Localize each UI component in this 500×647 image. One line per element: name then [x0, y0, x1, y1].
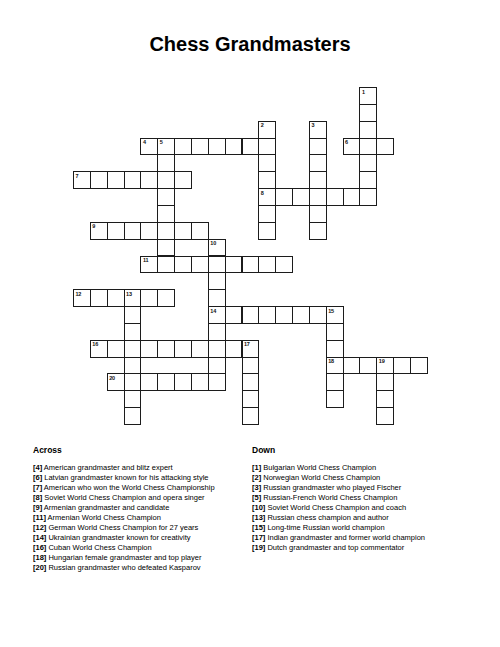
grid-cell[interactable] — [157, 154, 175, 172]
cell-number: 3 — [311, 122, 314, 128]
clue-item: [4] American grandmaster and blitz exper… — [33, 463, 249, 473]
grid-cell[interactable] — [326, 390, 344, 408]
grid-cell[interactable] — [174, 373, 192, 391]
grid-cell[interactable]: 3 — [309, 121, 327, 139]
clue-number: [6] — [33, 473, 42, 482]
clue-item: [15] Long-time Russian world champion — [252, 523, 496, 533]
grid-cell[interactable] — [258, 205, 276, 223]
grid-cell[interactable] — [326, 323, 344, 341]
crossword-page: Chess Grandmasters 123456789101112131415… — [0, 0, 500, 647]
clue-item: [3] Russian grandmaster who played Fisch… — [252, 483, 496, 493]
grid-cell[interactable]: 10 — [208, 239, 226, 257]
grid-cell[interactable] — [191, 138, 209, 156]
grid-cell[interactable] — [376, 407, 394, 425]
clue-number: [13] — [252, 513, 265, 522]
cell-number: 17 — [244, 341, 250, 347]
grid-cell[interactable] — [393, 357, 411, 375]
grid-cell[interactable]: 1 — [359, 87, 377, 105]
grid-cell[interactable] — [157, 340, 175, 358]
clue-item: [17] Indian grandmaster and former world… — [252, 533, 496, 543]
grid-cell[interactable] — [326, 373, 344, 391]
grid-cell[interactable] — [359, 104, 377, 122]
grid-cell[interactable] — [309, 138, 327, 156]
cell-number: 20 — [109, 375, 115, 381]
grid-cell[interactable] — [359, 188, 377, 206]
grid-cell[interactable] — [258, 138, 276, 156]
clue-item: [13] Russian chess champion and author — [252, 513, 496, 523]
grid-cell[interactable] — [309, 188, 327, 206]
clue-item: [14] Ukrainian grandmaster known for cre… — [33, 533, 249, 543]
grid-cell[interactable]: 12 — [73, 289, 91, 307]
grid-cell[interactable] — [174, 340, 192, 358]
cell-number: 19 — [379, 358, 385, 364]
grid-cell[interactable] — [124, 407, 142, 425]
grid-cell[interactable] — [157, 289, 175, 307]
clue-item: [7] American who won the World Chess Cha… — [33, 483, 249, 493]
grid-cell[interactable] — [258, 154, 276, 172]
clue-item: [8] Soviet World Chess Champion and oper… — [33, 493, 249, 503]
puzzle-title: Chess Grandmasters — [0, 33, 500, 55]
cell-number: 12 — [76, 291, 82, 297]
grid-cell[interactable]: 15 — [326, 306, 344, 324]
clue-number: [10] — [252, 503, 265, 512]
cell-number: 4 — [143, 139, 146, 145]
grid-cell[interactable] — [309, 205, 327, 223]
grid-cell[interactable] — [107, 171, 125, 189]
grid-cell[interactable] — [326, 188, 344, 206]
grid-cell[interactable] — [359, 154, 377, 172]
grid-cell[interactable] — [191, 256, 209, 274]
cell-number: 14 — [210, 308, 216, 314]
grid-cell[interactable] — [309, 154, 327, 172]
grid-cell[interactable]: 8 — [258, 188, 276, 206]
across-header: Across — [33, 446, 249, 463]
grid-cell[interactable] — [191, 373, 209, 391]
grid-cell[interactable]: 11 — [140, 256, 158, 274]
clue-item: [2] Norwegian World Chess Champion — [252, 473, 496, 483]
grid-cell[interactable] — [90, 289, 108, 307]
grid-cell[interactable]: 13 — [124, 289, 142, 307]
cell-number: 5 — [160, 139, 163, 145]
cell-number: 9 — [92, 223, 95, 229]
grid-cell[interactable] — [124, 357, 142, 375]
cell-number: 13 — [126, 291, 132, 297]
grid-cell[interactable] — [225, 256, 243, 274]
grid-cell[interactable] — [124, 222, 142, 240]
grid-cell[interactable] — [157, 373, 175, 391]
grid-cell[interactable] — [275, 188, 293, 206]
grid-cell[interactable] — [359, 357, 377, 375]
grid-cell[interactable] — [359, 171, 377, 189]
grid-cell[interactable] — [242, 407, 260, 425]
grid-cell[interactable]: 17 — [242, 340, 260, 358]
grid-cell[interactable] — [292, 188, 310, 206]
grid-cell[interactable] — [208, 373, 226, 391]
grid-cell[interactable] — [208, 138, 226, 156]
grid-cell[interactable] — [242, 357, 260, 375]
cell-number: 1 — [362, 89, 365, 95]
clue-number: [7] — [33, 483, 42, 492]
clue-number: [19] — [252, 543, 265, 552]
grid-cell[interactable] — [208, 357, 226, 375]
grid-cell[interactable]: 18 — [326, 357, 344, 375]
clue-number: [4] — [33, 463, 42, 472]
grid-cell[interactable] — [124, 171, 142, 189]
grid-cell[interactable] — [174, 222, 192, 240]
grid-cell[interactable] — [107, 289, 125, 307]
grid-cell[interactable] — [157, 239, 175, 257]
clue-number: [3] — [252, 483, 261, 492]
cell-number: 10 — [210, 240, 216, 246]
down-clues-section: Down [1] Bulgarian World Chess Champion[… — [252, 446, 496, 553]
grid-cell[interactable] — [376, 373, 394, 391]
grid-cell[interactable] — [90, 171, 108, 189]
clue-number: [8] — [33, 493, 42, 502]
grid-cell[interactable] — [225, 138, 243, 156]
grid-cell[interactable]: 6 — [343, 138, 361, 156]
grid-cell[interactable]: 7 — [73, 171, 91, 189]
clue-number: [20] — [33, 563, 46, 572]
grid-cell[interactable] — [124, 390, 142, 408]
grid-cell[interactable] — [140, 222, 158, 240]
grid-cell[interactable]: 14 — [208, 306, 226, 324]
grid-cell[interactable] — [242, 306, 260, 324]
cell-number: 16 — [92, 341, 98, 347]
clue-number: [12] — [33, 523, 46, 532]
clue-number: [5] — [252, 493, 261, 502]
grid-cell[interactable] — [124, 306, 142, 324]
cell-number: 15 — [328, 308, 334, 314]
grid-cell[interactable]: 4 — [140, 138, 158, 156]
grid-cell[interactable] — [124, 340, 142, 358]
grid-cell[interactable] — [359, 138, 377, 156]
cell-number: 6 — [345, 139, 348, 145]
clue-number: [14] — [33, 533, 46, 542]
grid-cell[interactable] — [410, 357, 428, 375]
clue-item: [19] Dutch grandmaster and top commentat… — [252, 543, 496, 553]
clue-item: [12] German World Chess Champion for 27 … — [33, 523, 249, 533]
grid-cell[interactable] — [140, 340, 158, 358]
clue-item: [10] Soviet World Chess Champion and coa… — [252, 503, 496, 513]
clue-number: [11] — [33, 513, 46, 522]
grid-cell[interactable] — [174, 138, 192, 156]
grid-cell[interactable] — [258, 222, 276, 240]
grid-cell[interactable] — [275, 256, 293, 274]
grid-cell[interactable] — [157, 171, 175, 189]
grid-cell[interactable] — [157, 222, 175, 240]
grid-cell[interactable] — [309, 222, 327, 240]
grid-cell[interactable] — [157, 205, 175, 223]
grid-cell[interactable] — [258, 306, 276, 324]
clue-item: [1] Bulgarian World Chess Champion — [252, 463, 496, 473]
grid-cell[interactable] — [376, 138, 394, 156]
grid-cell[interactable] — [258, 171, 276, 189]
clue-number: [1] — [252, 463, 261, 472]
cell-number: 11 — [143, 257, 148, 263]
grid-cell[interactable] — [326, 340, 344, 358]
grid-cell[interactable] — [174, 171, 192, 189]
grid-cell[interactable] — [191, 222, 209, 240]
grid-cell[interactable] — [343, 188, 361, 206]
clue-number: [2] — [252, 473, 261, 482]
grid-cell[interactable] — [309, 171, 327, 189]
grid-cell[interactable] — [157, 256, 175, 274]
clue-item: [20] Russian grandmaster who defeated Ka… — [33, 563, 249, 573]
grid-cell[interactable] — [208, 272, 226, 290]
grid-cell[interactable] — [242, 256, 260, 274]
grid-cell[interactable]: 19 — [376, 357, 394, 375]
grid-cell[interactable]: 9 — [90, 222, 108, 240]
grid-cell[interactable] — [208, 289, 226, 307]
cell-number: 8 — [261, 190, 264, 196]
grid-cell[interactable] — [191, 340, 209, 358]
across-clue-list: [4] American grandmaster and blitz exper… — [33, 463, 249, 573]
clue-number: [17] — [252, 533, 265, 542]
grid-cell[interactable] — [309, 306, 327, 324]
grid-cell[interactable] — [376, 390, 394, 408]
grid-cell[interactable] — [124, 373, 142, 391]
clue-number: [18] — [33, 553, 46, 562]
clue-item: [6] Latvian grandmaster known for his at… — [33, 473, 249, 483]
grid-cell[interactable] — [174, 256, 192, 274]
grid-cell[interactable] — [292, 306, 310, 324]
grid-cell[interactable]: 2 — [258, 121, 276, 139]
grid-cell[interactable] — [225, 340, 243, 358]
grid-cell[interactable] — [242, 390, 260, 408]
across-clues-section: Across [4] American grandmaster and blit… — [33, 446, 249, 573]
crossword-grid: 1234567891011121314151617181920 — [73, 87, 427, 424]
grid-cell[interactable] — [107, 340, 125, 358]
grid-cell[interactable] — [140, 171, 158, 189]
clue-number: [9] — [33, 503, 42, 512]
clue-number: [15] — [252, 523, 265, 532]
grid-cell[interactable]: 20 — [107, 373, 125, 391]
cell-number: 7 — [76, 173, 79, 179]
grid-cell[interactable]: 16 — [90, 340, 108, 358]
grid-cell[interactable] — [258, 256, 276, 274]
grid-cell[interactable] — [140, 289, 158, 307]
grid-cell[interactable] — [157, 188, 175, 206]
grid-cell[interactable] — [359, 121, 377, 139]
down-clue-list: [1] Bulgarian World Chess Champion[2] No… — [252, 463, 496, 553]
cell-number: 18 — [328, 358, 334, 364]
grid-cell[interactable] — [275, 306, 293, 324]
clue-item: [11] Armenian World Chess Champion — [33, 513, 249, 523]
grid-cell[interactable] — [208, 340, 226, 358]
grid-cell[interactable] — [242, 373, 260, 391]
grid-cell[interactable] — [343, 357, 361, 375]
clue-item: [9] Armenian grandmaster and candidate — [33, 503, 249, 513]
grid-cell[interactable] — [140, 373, 158, 391]
clue-item: [5] Russian-French World Chess Champion — [252, 493, 496, 503]
cell-number: 2 — [261, 122, 264, 128]
grid-cell[interactable] — [208, 256, 226, 274]
grid-cell[interactable] — [208, 323, 226, 341]
clue-item: [16] Cuban World Chess Champion — [33, 543, 249, 553]
grid-cell[interactable]: 5 — [157, 138, 175, 156]
grid-cell[interactable] — [107, 222, 125, 240]
clue-number: [16] — [33, 543, 46, 552]
down-header: Down — [252, 446, 496, 463]
grid-cell[interactable] — [124, 323, 142, 341]
grid-cell[interactable] — [242, 138, 260, 156]
grid-cell[interactable] — [225, 306, 243, 324]
clue-item: [18] Hungarian female grandmaster and to… — [33, 553, 249, 563]
